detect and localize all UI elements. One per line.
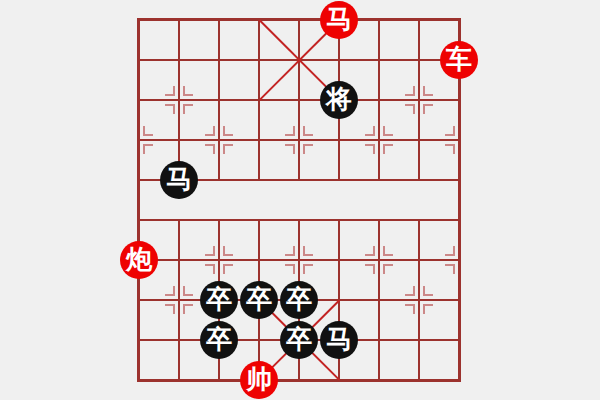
piece-black-horse[interactable]: 马 [320, 321, 358, 359]
piece-red-chariot[interactable]: 车 [440, 41, 478, 79]
xiangqi-diagram: 马车将马炮卒卒卒卒卒马帅 [0, 0, 600, 400]
piece-black-soldier[interactable]: 卒 [200, 281, 238, 319]
piece-red-horse[interactable]: 马 [320, 1, 358, 39]
board-pieces-layer: 马车将马炮卒卒卒卒卒马帅 [119, 0, 479, 400]
xiangqi-board[interactable]: 马车将马炮卒卒卒卒卒马帅 [119, 0, 479, 400]
piece-red-cannon[interactable]: 炮 [120, 241, 158, 279]
piece-black-soldier[interactable]: 卒 [280, 321, 318, 359]
piece-black-soldier[interactable]: 卒 [240, 281, 278, 319]
piece-black-soldier[interactable]: 卒 [200, 321, 238, 359]
piece-black-horse[interactable]: 马 [160, 161, 198, 199]
piece-red-king[interactable]: 帅 [240, 361, 278, 399]
piece-black-general[interactable]: 将 [320, 81, 358, 119]
piece-black-soldier[interactable]: 卒 [280, 281, 318, 319]
